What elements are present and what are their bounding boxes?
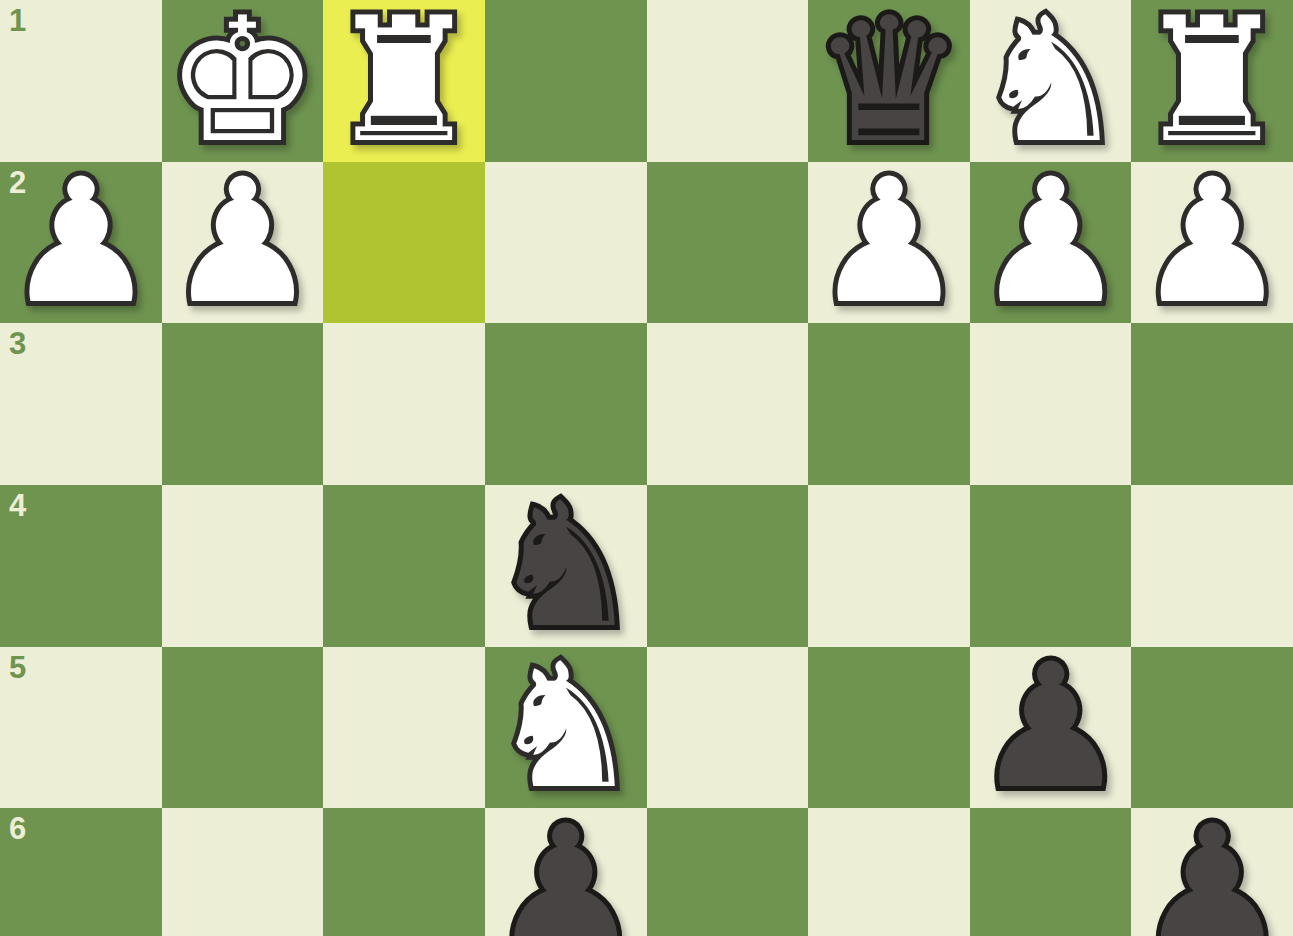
square-e4[interactable] (485, 485, 647, 647)
square-a6[interactable] (1131, 808, 1293, 936)
square-e6[interactable] (485, 808, 647, 936)
square-d1[interactable] (647, 0, 809, 162)
black-knight-piece[interactable] (485, 485, 647, 647)
square-d2[interactable] (647, 162, 809, 324)
square-b3[interactable] (970, 323, 1132, 485)
square-g2[interactable] (162, 162, 324, 324)
white-knight-piece[interactable] (485, 647, 647, 809)
square-d3[interactable] (647, 323, 809, 485)
square-g1[interactable] (162, 0, 324, 162)
square-h6[interactable]: 6 (0, 808, 162, 936)
square-e1[interactable] (485, 0, 647, 162)
black-pawn-piece[interactable] (970, 647, 1132, 809)
square-e5[interactable] (485, 647, 647, 809)
square-c5[interactable] (808, 647, 970, 809)
white-pawn-piece[interactable] (970, 162, 1132, 324)
square-g3[interactable] (162, 323, 324, 485)
square-f5[interactable] (323, 647, 485, 809)
square-e2[interactable] (485, 162, 647, 324)
white-knight-piece[interactable] (970, 0, 1132, 162)
white-king-piece[interactable] (162, 0, 324, 162)
square-f2[interactable] (323, 162, 485, 324)
square-g4[interactable] (162, 485, 324, 647)
square-a2[interactable] (1131, 162, 1293, 324)
black-pawn-piece[interactable] (1131, 808, 1293, 936)
rank-label-4: 4 (9, 490, 26, 521)
black-pawn-piece[interactable] (485, 808, 647, 936)
square-a4[interactable] (1131, 485, 1293, 647)
square-b6[interactable] (970, 808, 1132, 936)
square-g5[interactable] (162, 647, 324, 809)
square-f3[interactable] (323, 323, 485, 485)
white-pawn-piece[interactable] (808, 162, 970, 324)
square-b5[interactable] (970, 647, 1132, 809)
square-b2[interactable] (970, 162, 1132, 324)
black-queen-piece[interactable] (808, 0, 970, 162)
square-c2[interactable] (808, 162, 970, 324)
square-a5[interactable] (1131, 647, 1293, 809)
square-f6[interactable] (323, 808, 485, 936)
square-h4[interactable]: 4 (0, 485, 162, 647)
square-h2[interactable]: 2 (0, 162, 162, 324)
board-viewport: 12345678 (0, 0, 1293, 936)
square-c3[interactable] (808, 323, 970, 485)
white-pawn-piece[interactable] (1131, 162, 1293, 324)
square-b4[interactable] (970, 485, 1132, 647)
square-a3[interactable] (1131, 323, 1293, 485)
rank-label-5: 5 (9, 652, 26, 683)
square-h3[interactable]: 3 (0, 323, 162, 485)
square-h5[interactable]: 5 (0, 647, 162, 809)
rank-label-1: 1 (9, 5, 26, 36)
square-h1[interactable]: 1 (0, 0, 162, 162)
white-pawn-piece[interactable] (162, 162, 324, 324)
square-e3[interactable] (485, 323, 647, 485)
square-c4[interactable] (808, 485, 970, 647)
square-d4[interactable] (647, 485, 809, 647)
square-f4[interactable] (323, 485, 485, 647)
white-rook-piece[interactable] (1131, 0, 1293, 162)
square-d5[interactable] (647, 647, 809, 809)
square-g6[interactable] (162, 808, 324, 936)
square-c6[interactable] (808, 808, 970, 936)
white-pawn-piece[interactable] (0, 162, 162, 324)
square-b1[interactable] (970, 0, 1132, 162)
square-d6[interactable] (647, 808, 809, 936)
rank-label-3: 3 (9, 328, 26, 359)
square-a1[interactable] (1131, 0, 1293, 162)
chess-board: 12345678 (0, 0, 1293, 936)
square-f1[interactable] (323, 0, 485, 162)
white-rook-piece[interactable] (323, 0, 485, 162)
rank-label-6: 6 (9, 813, 26, 844)
square-c1[interactable] (808, 0, 970, 162)
